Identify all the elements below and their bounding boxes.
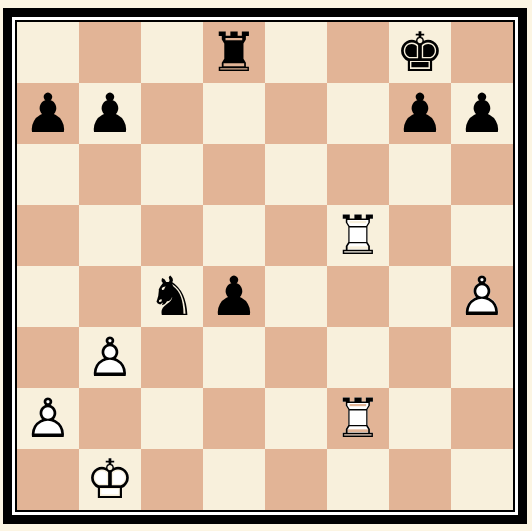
square-g1[interactable] xyxy=(389,449,451,510)
square-c3[interactable] xyxy=(141,327,203,388)
square-d8[interactable]: ♜ xyxy=(203,22,265,83)
pawn-icon: ♟ xyxy=(391,85,449,143)
pawn-icon: ♟ xyxy=(205,268,263,326)
piece-white-pawn-a2: ♟♙ xyxy=(19,390,77,448)
square-b6[interactable] xyxy=(79,144,141,205)
pawn-icon: ♙ xyxy=(453,268,511,326)
square-h7[interactable]: ♟ xyxy=(451,83,513,144)
square-a7[interactable]: ♟ xyxy=(17,83,79,144)
square-e6[interactable] xyxy=(265,144,327,205)
square-g6[interactable] xyxy=(389,144,451,205)
rook-icon: ♖ xyxy=(329,207,387,265)
square-f4[interactable] xyxy=(327,266,389,327)
piece-white-pawn-h4: ♟♙ xyxy=(453,268,511,326)
square-f5[interactable]: ♜♖ xyxy=(327,205,389,266)
square-c2[interactable] xyxy=(141,388,203,449)
piece-black-rook-d8: ♜ xyxy=(205,24,263,82)
piece-white-rook-f5: ♜♖ xyxy=(329,207,387,265)
square-c4[interactable]: ♞ xyxy=(141,266,203,327)
square-c5[interactable] xyxy=(141,205,203,266)
square-e2[interactable] xyxy=(265,388,327,449)
square-h4[interactable]: ♟♙ xyxy=(451,266,513,327)
piece-black-pawn-d4: ♟ xyxy=(205,268,263,326)
square-g5[interactable] xyxy=(389,205,451,266)
board-frame: ♜♚♟♟♟♟♜♖♞♟♟♙♟♙♟♙♜♖♚♔ xyxy=(3,8,527,524)
square-h8[interactable] xyxy=(451,22,513,83)
square-c7[interactable] xyxy=(141,83,203,144)
chess-board: ♜♚♟♟♟♟♜♖♞♟♟♙♟♙♟♙♜♖♚♔ xyxy=(17,22,513,510)
square-f6[interactable] xyxy=(327,144,389,205)
square-a4[interactable] xyxy=(17,266,79,327)
square-d6[interactable] xyxy=(203,144,265,205)
square-b3[interactable]: ♟♙ xyxy=(79,327,141,388)
square-b5[interactable] xyxy=(79,205,141,266)
square-h6[interactable] xyxy=(451,144,513,205)
piece-white-rook-f2: ♜♖ xyxy=(329,390,387,448)
pawn-icon: ♟ xyxy=(81,85,139,143)
square-d2[interactable] xyxy=(203,388,265,449)
square-e8[interactable] xyxy=(265,22,327,83)
square-e3[interactable] xyxy=(265,327,327,388)
square-f8[interactable] xyxy=(327,22,389,83)
knight-icon: ♞ xyxy=(143,268,201,326)
square-h3[interactable] xyxy=(451,327,513,388)
rook-icon: ♖ xyxy=(329,390,387,448)
square-g8[interactable]: ♚ xyxy=(389,22,451,83)
square-e1[interactable] xyxy=(265,449,327,510)
pawn-icon: ♙ xyxy=(19,390,77,448)
board-frame-inner: ♜♚♟♟♟♟♜♖♞♟♟♙♟♙♟♙♜♖♚♔ xyxy=(15,20,515,512)
square-f1[interactable] xyxy=(327,449,389,510)
square-d4[interactable]: ♟ xyxy=(203,266,265,327)
page-background: ♜♚♟♟♟♟♜♖♞♟♟♙♟♙♟♙♜♖♚♔ xyxy=(0,0,532,531)
king-icon: ♚ xyxy=(391,24,449,82)
pawn-icon: ♟ xyxy=(453,85,511,143)
square-b7[interactable]: ♟ xyxy=(79,83,141,144)
square-f3[interactable] xyxy=(327,327,389,388)
square-g3[interactable] xyxy=(389,327,451,388)
piece-white-king-b1: ♚♔ xyxy=(81,451,139,509)
piece-black-pawn-h7: ♟ xyxy=(453,85,511,143)
square-e4[interactable] xyxy=(265,266,327,327)
square-f7[interactable] xyxy=(327,83,389,144)
board-frame-gap: ♜♚♟♟♟♟♜♖♞♟♟♙♟♙♟♙♜♖♚♔ xyxy=(12,17,518,515)
pawn-icon: ♟ xyxy=(19,85,77,143)
piece-black-knight-c4: ♞ xyxy=(143,268,201,326)
square-a2[interactable]: ♟♙ xyxy=(17,388,79,449)
square-h5[interactable] xyxy=(451,205,513,266)
square-a8[interactable] xyxy=(17,22,79,83)
square-a1[interactable] xyxy=(17,449,79,510)
king-icon: ♔ xyxy=(81,451,139,509)
pawn-icon: ♙ xyxy=(81,329,139,387)
square-f2[interactable]: ♜♖ xyxy=(327,388,389,449)
square-c8[interactable] xyxy=(141,22,203,83)
square-b2[interactable] xyxy=(79,388,141,449)
square-a6[interactable] xyxy=(17,144,79,205)
square-d7[interactable] xyxy=(203,83,265,144)
piece-black-pawn-b7: ♟ xyxy=(81,85,139,143)
piece-black-king-g8: ♚ xyxy=(391,24,449,82)
square-h1[interactable] xyxy=(451,449,513,510)
square-a3[interactable] xyxy=(17,327,79,388)
square-b1[interactable]: ♚♔ xyxy=(79,449,141,510)
square-a5[interactable] xyxy=(17,205,79,266)
square-g7[interactable]: ♟ xyxy=(389,83,451,144)
rook-icon: ♜ xyxy=(205,24,263,82)
square-c1[interactable] xyxy=(141,449,203,510)
square-g2[interactable] xyxy=(389,388,451,449)
piece-white-pawn-b3: ♟♙ xyxy=(81,329,139,387)
piece-black-pawn-a7: ♟ xyxy=(19,85,77,143)
square-e5[interactable] xyxy=(265,205,327,266)
square-g4[interactable] xyxy=(389,266,451,327)
square-d1[interactable] xyxy=(203,449,265,510)
square-b4[interactable] xyxy=(79,266,141,327)
square-d3[interactable] xyxy=(203,327,265,388)
square-d5[interactable] xyxy=(203,205,265,266)
square-h2[interactable] xyxy=(451,388,513,449)
piece-black-pawn-g7: ♟ xyxy=(391,85,449,143)
square-c6[interactable] xyxy=(141,144,203,205)
square-e7[interactable] xyxy=(265,83,327,144)
square-b8[interactable] xyxy=(79,22,141,83)
